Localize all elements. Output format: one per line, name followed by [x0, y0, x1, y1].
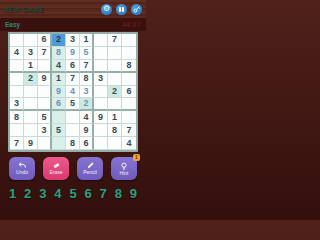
cell-r4c4[interactable]: 1 [52, 73, 66, 86]
cell-r3c9[interactable]: 8 [122, 60, 136, 73]
top-buttons: ⚙ [101, 4, 142, 15]
cell-r4c6[interactable]: 8 [80, 73, 94, 86]
numpad-8[interactable]: 8 [115, 187, 122, 200]
cell-r4c1[interactable] [10, 73, 24, 86]
numpad-7[interactable]: 7 [100, 187, 107, 200]
pencil-icon [86, 162, 95, 169]
cell-r1c7[interactable] [94, 34, 108, 47]
cell-r5c8[interactable]: 2 [108, 86, 122, 99]
status-bar: Easy 44:07 [0, 18, 146, 31]
cell-r5c7[interactable] [94, 86, 108, 99]
cell-r8c5[interactable] [66, 124, 80, 137]
cell-r1c4[interactable]: 2 [52, 34, 66, 47]
sudoku-board: 6231743789514678291783943263652854913598… [8, 32, 138, 152]
cell-r9c7[interactable] [94, 137, 108, 150]
cell-r3c8[interactable] [108, 60, 122, 73]
undo-button[interactable]: Undo [9, 157, 35, 180]
cell-r6c7[interactable] [94, 98, 108, 111]
cell-r6c9[interactable] [122, 98, 136, 111]
cell-r9c6[interactable]: 6 [80, 137, 94, 150]
cell-r9c9[interactable]: 4 [122, 137, 136, 150]
cell-r5c3[interactable] [38, 86, 52, 99]
cell-r1c9[interactable] [122, 34, 136, 47]
pause-icon [119, 7, 124, 12]
cell-r5c9[interactable]: 6 [122, 86, 136, 99]
cell-r9c5[interactable]: 8 [66, 137, 80, 150]
erase-label: Erase [49, 170, 62, 175]
cell-r3c7[interactable] [94, 60, 108, 73]
cell-r9c2[interactable]: 9 [24, 137, 38, 150]
cell-r8c4[interactable]: 5 [52, 124, 66, 137]
cell-r8c8[interactable]: 8 [108, 124, 122, 137]
cell-r2c3[interactable]: 7 [38, 47, 52, 60]
top-bar: NEW GAME ⚙ [0, 0, 146, 18]
cell-r1c2[interactable] [24, 34, 38, 47]
cell-r7c1[interactable]: 8 [10, 111, 24, 124]
cell-r7c3[interactable]: 5 [38, 111, 52, 124]
cell-r5c2[interactable] [24, 86, 38, 99]
gear-icon: ⚙ [103, 5, 110, 13]
cell-r2c5[interactable]: 9 [66, 47, 80, 60]
pause-button[interactable] [116, 4, 127, 15]
cell-r7c7[interactable]: 9 [94, 111, 108, 124]
cell-r8c9[interactable]: 7 [122, 124, 136, 137]
cell-r6c4[interactable]: 6 [52, 98, 66, 111]
numpad-6[interactable]: 6 [84, 187, 91, 200]
cell-r6c1[interactable]: 3 [10, 98, 24, 111]
numpad: 123456789 [0, 187, 146, 200]
cell-r1c8[interactable]: 7 [108, 34, 122, 47]
pencil-label: Pencil [83, 170, 97, 175]
cell-r6c3[interactable] [38, 98, 52, 111]
cell-r8c3[interactable]: 3 [38, 124, 52, 137]
cell-r1c1[interactable] [10, 34, 24, 47]
cell-r7c5[interactable] [66, 111, 80, 124]
cell-r4c9[interactable] [122, 73, 136, 86]
cell-r5c6[interactable]: 3 [80, 86, 94, 99]
cell-r7c9[interactable] [122, 111, 136, 124]
cell-r9c8[interactable] [108, 137, 122, 150]
cell-r2c4[interactable]: 8 [52, 47, 66, 60]
hint-label: Hint [120, 171, 129, 176]
cell-r9c1[interactable]: 7 [10, 137, 24, 150]
cell-r8c7[interactable] [94, 124, 108, 137]
cell-r1c5[interactable]: 3 [66, 34, 80, 47]
hint-button[interactable]: 1 Hint [111, 157, 137, 180]
cell-r4c5[interactable]: 7 [66, 73, 80, 86]
cell-r2c9[interactable] [122, 47, 136, 60]
difficulty-label: Easy [5, 21, 20, 28]
cell-r1c3[interactable]: 6 [38, 34, 52, 47]
timer: 44:07 [122, 21, 141, 28]
cell-r1c6[interactable]: 1 [80, 34, 94, 47]
numpad-5[interactable]: 5 [69, 187, 76, 200]
cell-r7c8[interactable]: 1 [108, 111, 122, 124]
key-icon [133, 5, 141, 13]
cell-r4c7[interactable]: 3 [94, 73, 108, 86]
undo-label: Undo [16, 170, 28, 175]
cell-r8c2[interactable] [24, 124, 38, 137]
undo-icon [18, 162, 27, 169]
cell-r4c8[interactable] [108, 73, 122, 86]
cell-r7c6[interactable]: 4 [80, 111, 94, 124]
cell-r2c8[interactable] [108, 47, 122, 60]
cell-r4c3[interactable]: 9 [38, 73, 52, 86]
numpad-4[interactable]: 4 [54, 187, 61, 200]
cell-r3c6[interactable]: 7 [80, 60, 94, 73]
numpad-3[interactable]: 3 [39, 187, 46, 200]
cell-r3c3[interactable] [38, 60, 52, 73]
cell-r2c2[interactable]: 3 [24, 47, 38, 60]
toolbar: Undo Erase Pencil 1 Hint [0, 157, 146, 180]
numpad-1[interactable]: 1 [9, 187, 16, 200]
page-title: NEW GAME [4, 6, 44, 13]
numpad-2[interactable]: 2 [24, 187, 31, 200]
numpad-9[interactable]: 9 [130, 187, 137, 200]
lightbulb-icon [120, 162, 128, 170]
cell-r3c4[interactable]: 4 [52, 60, 66, 73]
cell-r3c1[interactable] [10, 60, 24, 73]
settings-button[interactable]: ⚙ [101, 4, 112, 15]
cell-r4c2[interactable]: 2 [24, 73, 38, 86]
cell-r2c6[interactable]: 5 [80, 47, 94, 60]
cell-r9c3[interactable] [38, 137, 52, 150]
cell-r2c1[interactable]: 4 [10, 47, 24, 60]
cell-r6c5[interactable]: 5 [66, 98, 80, 111]
cell-r7c2[interactable] [24, 111, 38, 124]
cell-r5c4[interactable]: 9 [52, 86, 66, 99]
cell-r3c5[interactable]: 6 [66, 60, 80, 73]
cell-r3c2[interactable]: 1 [24, 60, 38, 73]
eraser-icon [52, 162, 61, 169]
hint-badge: 1 [133, 154, 140, 161]
cell-r8c1[interactable] [10, 124, 24, 137]
cell-r2c7[interactable] [94, 47, 108, 60]
cell-r9c4[interactable] [52, 137, 66, 150]
cell-r5c5[interactable]: 4 [66, 86, 80, 99]
erase-button[interactable]: Erase [43, 157, 69, 180]
cell-r8c6[interactable]: 9 [80, 124, 94, 137]
cell-r7c4[interactable] [52, 111, 66, 124]
cell-r6c8[interactable] [108, 98, 122, 111]
pencil-button[interactable]: Pencil [77, 157, 103, 180]
cell-r5c1[interactable] [10, 86, 24, 99]
themes-button[interactable] [131, 4, 142, 15]
cell-r6c2[interactable] [24, 98, 38, 111]
cell-r6c6[interactable]: 2 [80, 98, 94, 111]
